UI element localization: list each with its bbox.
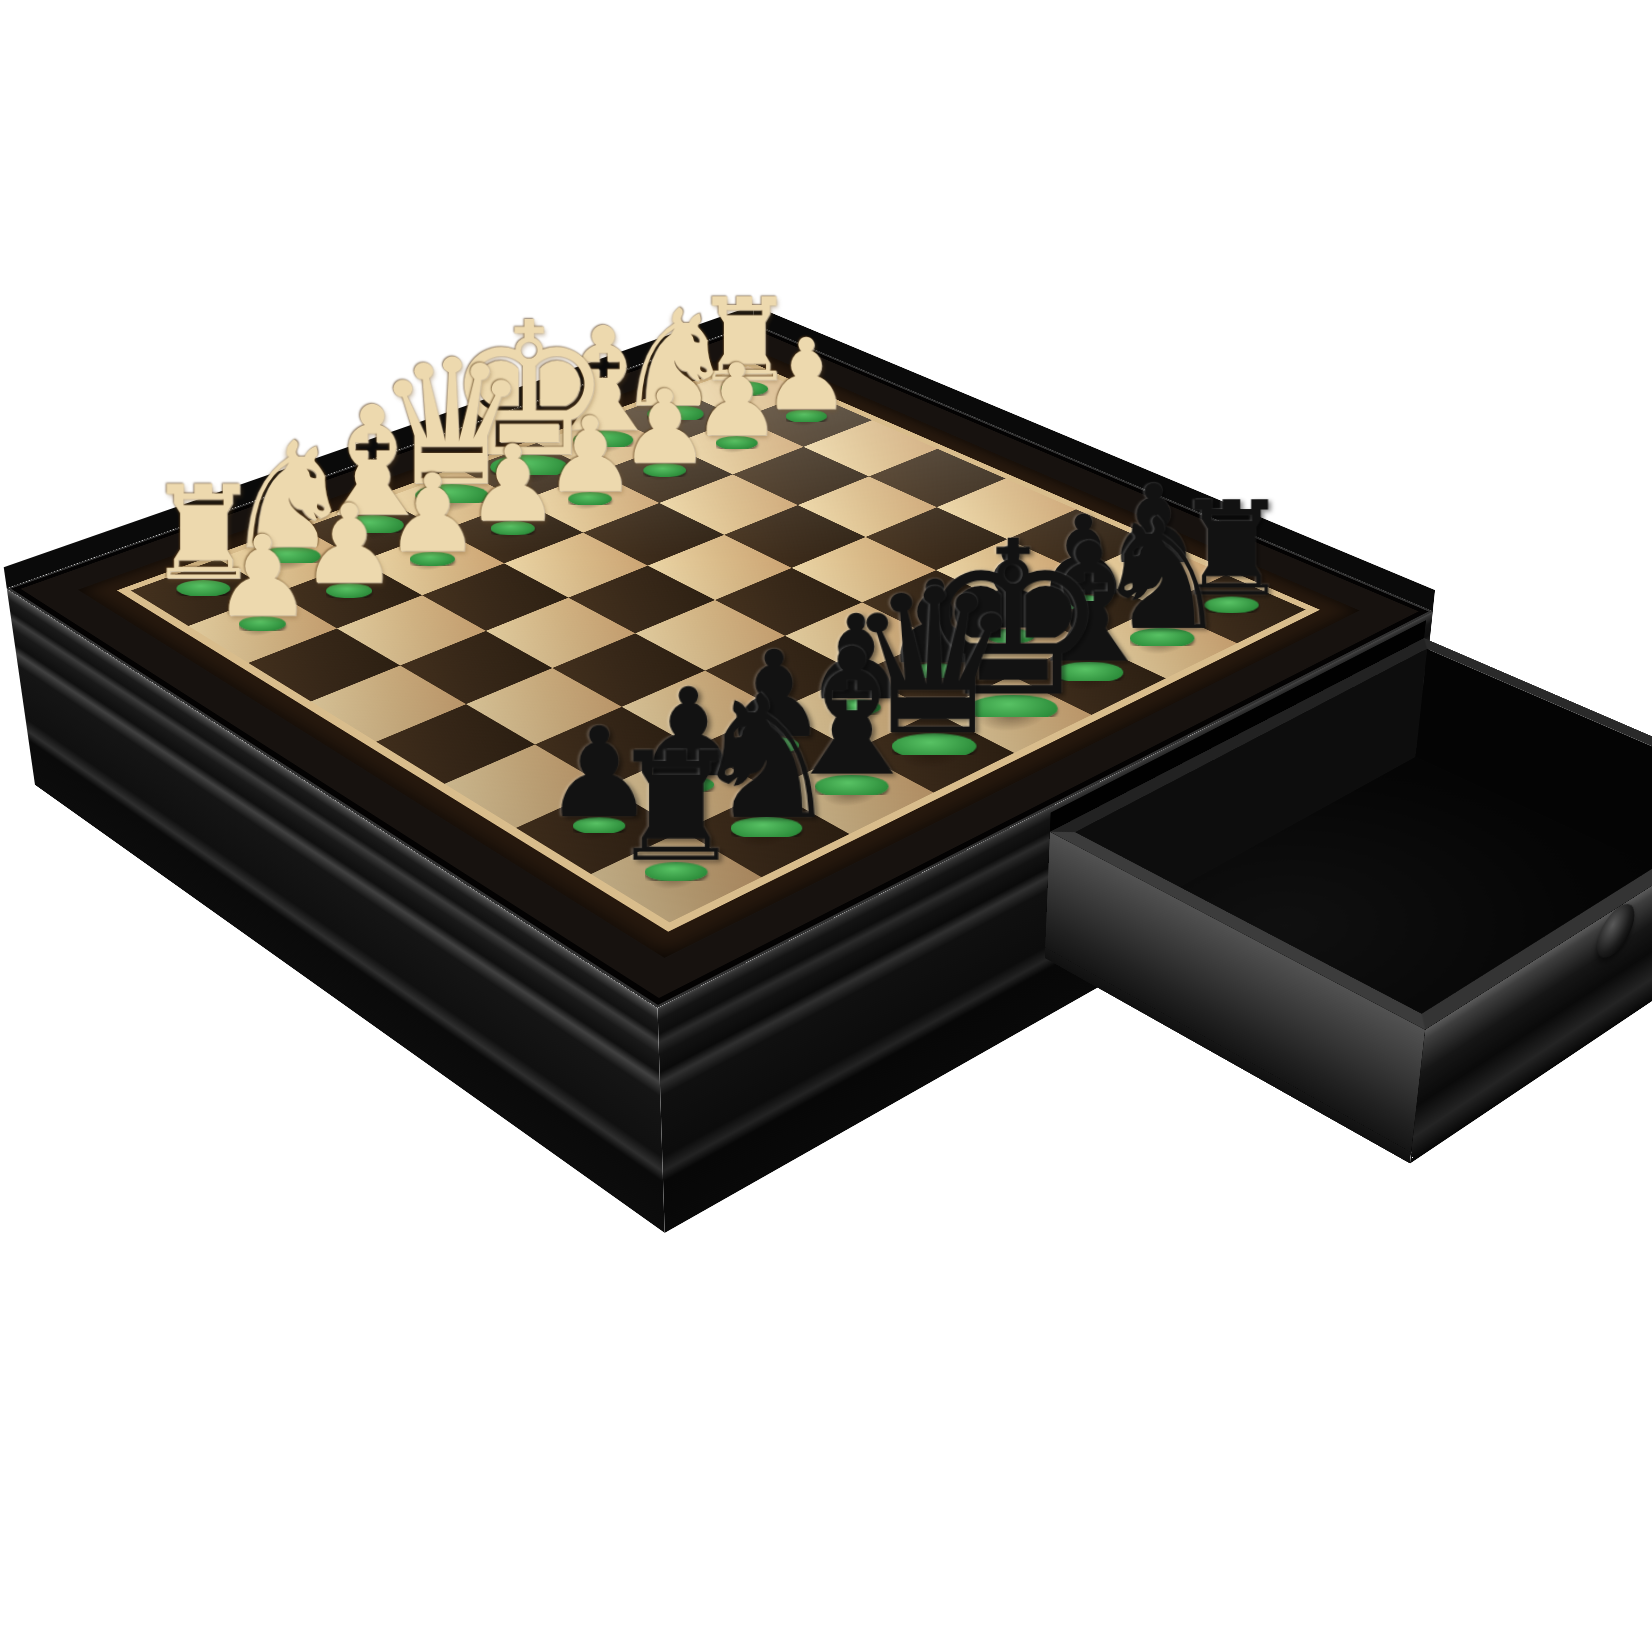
product-photo-scene: ♜♞♟♝♟♚♟♛♟♝♟♞♟♟♜♟♟♜♟♟♞♟♝♟♚♟♛♟♝♟♞♜ [0,0,1652,1652]
white-pawn-glyph: ♟ [212,526,312,629]
chess-board: ♜♞♟♝♟♚♟♛♟♝♟♞♟♟♜♟♟♜♟♟♞♟♝♟♚♟♛♟♝♟♞♜ [7,324,1433,1008]
black-rook-glyph: ♜ [608,739,743,878]
perspective-stage: ♜♞♟♝♟♚♟♛♟♝♟♞♟♟♜♟♟♜♟♟♞♟♝♟♚♟♛♟♝♟♞♜ [0,0,1652,1652]
chess-box: ♜♞♟♝♟♚♟♛♟♝♟♞♟♟♜♟♟♜♟♟♞♟♝♟♚♟♛♟♝♟♞♜ [7,324,1433,1008]
